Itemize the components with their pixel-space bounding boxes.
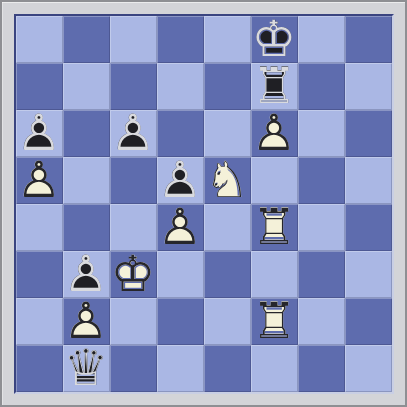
piece-outline-glyph: ♔ [110,251,157,298]
white-pawn[interactable]: ♟︎♙ [63,298,110,345]
black-king[interactable]: ♚♔ [251,16,298,63]
square-e4[interactable] [204,204,251,251]
square-e5[interactable]: ♞♘ [204,157,251,204]
white-king[interactable]: ♚♔ [110,251,157,298]
board-frame: ♚♔♜♖♟︎♙♟︎♙♟︎♙♟︎♙♟︎♙♞♘♟︎♙♜♖♟︎♙♚♔♟︎♙♜♖♛♕ [0,0,407,407]
square-g3[interactable] [298,251,345,298]
square-d7[interactable] [157,63,204,110]
square-h6[interactable] [345,110,392,157]
piece-outline-glyph: ♖ [251,298,298,345]
square-f8[interactable]: ♚♔ [251,16,298,63]
piece-outline-glyph: ♖ [251,204,298,251]
square-b6[interactable] [63,110,110,157]
white-rook[interactable]: ♜♖ [251,204,298,251]
square-e6[interactable] [204,110,251,157]
square-a7[interactable] [16,63,63,110]
square-f2[interactable]: ♜♖ [251,298,298,345]
square-d6[interactable] [157,110,204,157]
piece-outline-glyph: ♙ [157,204,204,251]
square-f4[interactable]: ♜♖ [251,204,298,251]
square-e3[interactable] [204,251,251,298]
square-e8[interactable] [204,16,251,63]
square-h2[interactable] [345,298,392,345]
piece-outline-glyph: ♖ [251,63,298,110]
square-a1[interactable] [16,345,63,392]
square-b8[interactable] [63,16,110,63]
piece-outline-glyph: ♙ [63,298,110,345]
square-d5[interactable]: ♟︎♙ [157,157,204,204]
square-e2[interactable] [204,298,251,345]
piece-outline-glyph: ♕ [63,345,110,392]
square-h5[interactable] [345,157,392,204]
square-b5[interactable] [63,157,110,204]
piece-outline-glyph: ♙ [157,157,204,204]
square-d1[interactable] [157,345,204,392]
square-h1[interactable] [345,345,392,392]
black-pawn[interactable]: ♟︎♙ [63,251,110,298]
square-g8[interactable] [298,16,345,63]
piece-outline-glyph: ♙ [251,110,298,157]
piece-outline-glyph: ♙ [16,157,63,204]
square-a6[interactable]: ♟︎♙ [16,110,63,157]
black-pawn[interactable]: ♟︎♙ [110,110,157,157]
piece-outline-glyph: ♙ [110,110,157,157]
square-d3[interactable] [157,251,204,298]
white-pawn[interactable]: ♟︎♙ [251,110,298,157]
square-b3[interactable]: ♟︎♙ [63,251,110,298]
black-rook[interactable]: ♜♖ [251,63,298,110]
square-a2[interactable] [16,298,63,345]
square-b2[interactable]: ♟︎♙ [63,298,110,345]
square-g2[interactable] [298,298,345,345]
square-g1[interactable] [298,345,345,392]
white-pawn[interactable]: ♟︎♙ [157,204,204,251]
square-c1[interactable] [110,345,157,392]
piece-outline-glyph: ♙ [63,251,110,298]
chess-board: ♚♔♜♖♟︎♙♟︎♙♟︎♙♟︎♙♟︎♙♞♘♟︎♙♜♖♟︎♙♚♔♟︎♙♜♖♛♕ [14,14,394,394]
square-f1[interactable] [251,345,298,392]
square-c8[interactable] [110,16,157,63]
square-g5[interactable] [298,157,345,204]
white-pawn[interactable]: ♟︎♙ [16,157,63,204]
square-b7[interactable] [63,63,110,110]
square-a4[interactable] [16,204,63,251]
square-f5[interactable] [251,157,298,204]
square-h7[interactable] [345,63,392,110]
square-c3[interactable]: ♚♔ [110,251,157,298]
square-c7[interactable] [110,63,157,110]
square-g7[interactable] [298,63,345,110]
square-h3[interactable] [345,251,392,298]
black-pawn[interactable]: ♟︎♙ [16,110,63,157]
square-d8[interactable] [157,16,204,63]
square-c4[interactable] [110,204,157,251]
white-knight[interactable]: ♞♘ [204,157,251,204]
piece-outline-glyph: ♙ [16,110,63,157]
black-queen[interactable]: ♛♕ [63,345,110,392]
square-e1[interactable] [204,345,251,392]
square-f3[interactable] [251,251,298,298]
square-h8[interactable] [345,16,392,63]
square-d4[interactable]: ♟︎♙ [157,204,204,251]
square-h4[interactable] [345,204,392,251]
square-g6[interactable] [298,110,345,157]
square-f7[interactable]: ♜♖ [251,63,298,110]
square-a5[interactable]: ♟︎♙ [16,157,63,204]
square-a8[interactable] [16,16,63,63]
piece-outline-glyph: ♔ [251,16,298,63]
square-b1[interactable]: ♛♕ [63,345,110,392]
square-c5[interactable] [110,157,157,204]
square-f6[interactable]: ♟︎♙ [251,110,298,157]
square-a3[interactable] [16,251,63,298]
black-pawn[interactable]: ♟︎♙ [157,157,204,204]
square-e7[interactable] [204,63,251,110]
square-d2[interactable] [157,298,204,345]
white-rook[interactable]: ♜♖ [251,298,298,345]
piece-outline-glyph: ♘ [204,157,251,204]
square-g4[interactable] [298,204,345,251]
square-c2[interactable] [110,298,157,345]
square-c6[interactable]: ♟︎♙ [110,110,157,157]
square-b4[interactable] [63,204,110,251]
